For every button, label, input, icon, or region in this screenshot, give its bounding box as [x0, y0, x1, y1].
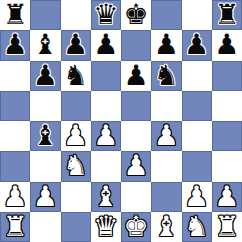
black-pawn-icon: ♟ — [63, 30, 88, 60]
white-pawn-icon: ♟ — [3, 182, 28, 212]
black-bishop-icon: ♝ — [33, 30, 58, 60]
square-b5[interactable] — [30, 91, 60, 121]
square-h4[interactable] — [212, 121, 242, 151]
square-b6[interactable]: ♟ — [30, 61, 60, 91]
square-h7[interactable]: ♟ — [212, 30, 242, 60]
square-e2[interactable] — [121, 182, 151, 212]
black-pawn-icon: ♟ — [154, 30, 179, 60]
square-h3[interactable] — [212, 151, 242, 181]
square-h8[interactable]: ♜ — [212, 0, 242, 30]
square-b7[interactable]: ♝ — [30, 30, 60, 60]
square-d8[interactable]: ♛ — [91, 0, 121, 30]
square-b2[interactable]: ♟ — [30, 182, 60, 212]
square-a3[interactable] — [0, 151, 30, 181]
white-pawn-icon: ♟ — [124, 151, 149, 181]
black-pawn-icon: ♟ — [124, 61, 149, 91]
square-d5[interactable] — [91, 91, 121, 121]
white-pawn-icon: ♟ — [33, 182, 58, 212]
white-pawn-icon: ♟ — [93, 121, 118, 151]
white-rook-icon: ♜ — [214, 212, 239, 242]
square-f7[interactable]: ♟ — [151, 30, 181, 60]
white-bishop-icon: ♝ — [154, 212, 179, 242]
square-b8[interactable] — [30, 0, 60, 30]
square-e8[interactable]: ♚ — [121, 0, 151, 30]
black-pawn-icon: ♟ — [3, 30, 28, 60]
square-e6[interactable]: ♟ — [121, 61, 151, 91]
square-e3[interactable]: ♟ — [121, 151, 151, 181]
square-c3[interactable]: ♞ — [61, 151, 91, 181]
square-h6[interactable] — [212, 61, 242, 91]
square-g5[interactable] — [182, 91, 212, 121]
square-f1[interactable]: ♝ — [151, 212, 181, 242]
black-king-icon: ♚ — [124, 0, 149, 30]
white-pawn-icon: ♟ — [154, 121, 179, 151]
square-a2[interactable]: ♟ — [0, 182, 30, 212]
white-pawn-icon: ♟ — [184, 182, 209, 212]
square-g4[interactable] — [182, 121, 212, 151]
square-h5[interactable] — [212, 91, 242, 121]
black-pawn-icon: ♟ — [33, 61, 58, 91]
square-g1[interactable]: ♞ — [182, 212, 212, 242]
square-g3[interactable] — [182, 151, 212, 181]
white-knight-icon: ♞ — [184, 212, 209, 242]
white-pawn-icon: ♟ — [214, 182, 239, 212]
square-f4[interactable]: ♟ — [151, 121, 181, 151]
square-h1[interactable]: ♜ — [212, 212, 242, 242]
square-b1[interactable] — [30, 212, 60, 242]
square-e4[interactable] — [121, 121, 151, 151]
square-g6[interactable] — [182, 61, 212, 91]
square-b4[interactable]: ♝ — [30, 121, 60, 151]
square-f6[interactable]: ♞ — [151, 61, 181, 91]
square-f3[interactable] — [151, 151, 181, 181]
white-knight-icon: ♞ — [63, 151, 88, 181]
white-king-icon: ♚ — [124, 212, 149, 242]
square-c2[interactable] — [61, 182, 91, 212]
square-a1[interactable]: ♜ — [0, 212, 30, 242]
square-c5[interactable] — [61, 91, 91, 121]
square-d6[interactable] — [91, 61, 121, 91]
square-e1[interactable]: ♚ — [121, 212, 151, 242]
black-pawn-icon: ♟ — [214, 30, 239, 60]
square-d1[interactable]: ♛ — [91, 212, 121, 242]
square-g2[interactable]: ♟ — [182, 182, 212, 212]
square-a7[interactable]: ♟ — [0, 30, 30, 60]
square-a5[interactable] — [0, 91, 30, 121]
white-rook-icon: ♜ — [3, 212, 28, 242]
square-c6[interactable]: ♞ — [61, 61, 91, 91]
square-a8[interactable]: ♜ — [0, 0, 30, 30]
square-e7[interactable] — [121, 30, 151, 60]
square-d2[interactable]: ♝ — [91, 182, 121, 212]
black-queen-icon: ♛ — [93, 0, 118, 30]
square-g7[interactable]: ♟ — [182, 30, 212, 60]
square-f8[interactable] — [151, 0, 181, 30]
black-rook-icon: ♜ — [214, 0, 239, 30]
white-queen-icon: ♛ — [93, 212, 118, 242]
white-bishop-icon: ♝ — [93, 182, 118, 212]
square-a6[interactable] — [0, 61, 30, 91]
black-pawn-icon: ♟ — [184, 30, 209, 60]
square-d3[interactable] — [91, 151, 121, 181]
square-c8[interactable] — [61, 0, 91, 30]
square-a4[interactable] — [0, 121, 30, 151]
chess-board: ♜♛♚♜♟♝♟♟♟♟♟♟♞♟♞♝♟♟♟♞♟♟♟♝♟♟♜♛♚♝♞♜ — [0, 0, 242, 242]
square-c7[interactable]: ♟ — [61, 30, 91, 60]
square-f2[interactable] — [151, 182, 181, 212]
square-h2[interactable]: ♟ — [212, 182, 242, 212]
square-c1[interactable] — [61, 212, 91, 242]
black-rook-icon: ♜ — [3, 0, 28, 30]
square-g8[interactable] — [182, 0, 212, 30]
square-b3[interactable] — [30, 151, 60, 181]
square-c4[interactable]: ♟ — [61, 121, 91, 151]
white-pawn-icon: ♟ — [63, 121, 88, 151]
black-bishop-icon: ♝ — [33, 121, 58, 151]
black-knight-icon: ♞ — [154, 61, 179, 91]
square-d7[interactable]: ♟ — [91, 30, 121, 60]
square-e5[interactable] — [121, 91, 151, 121]
black-knight-icon: ♞ — [63, 61, 88, 91]
square-d4[interactable]: ♟ — [91, 121, 121, 151]
square-f5[interactable] — [151, 91, 181, 121]
black-pawn-icon: ♟ — [93, 30, 118, 60]
